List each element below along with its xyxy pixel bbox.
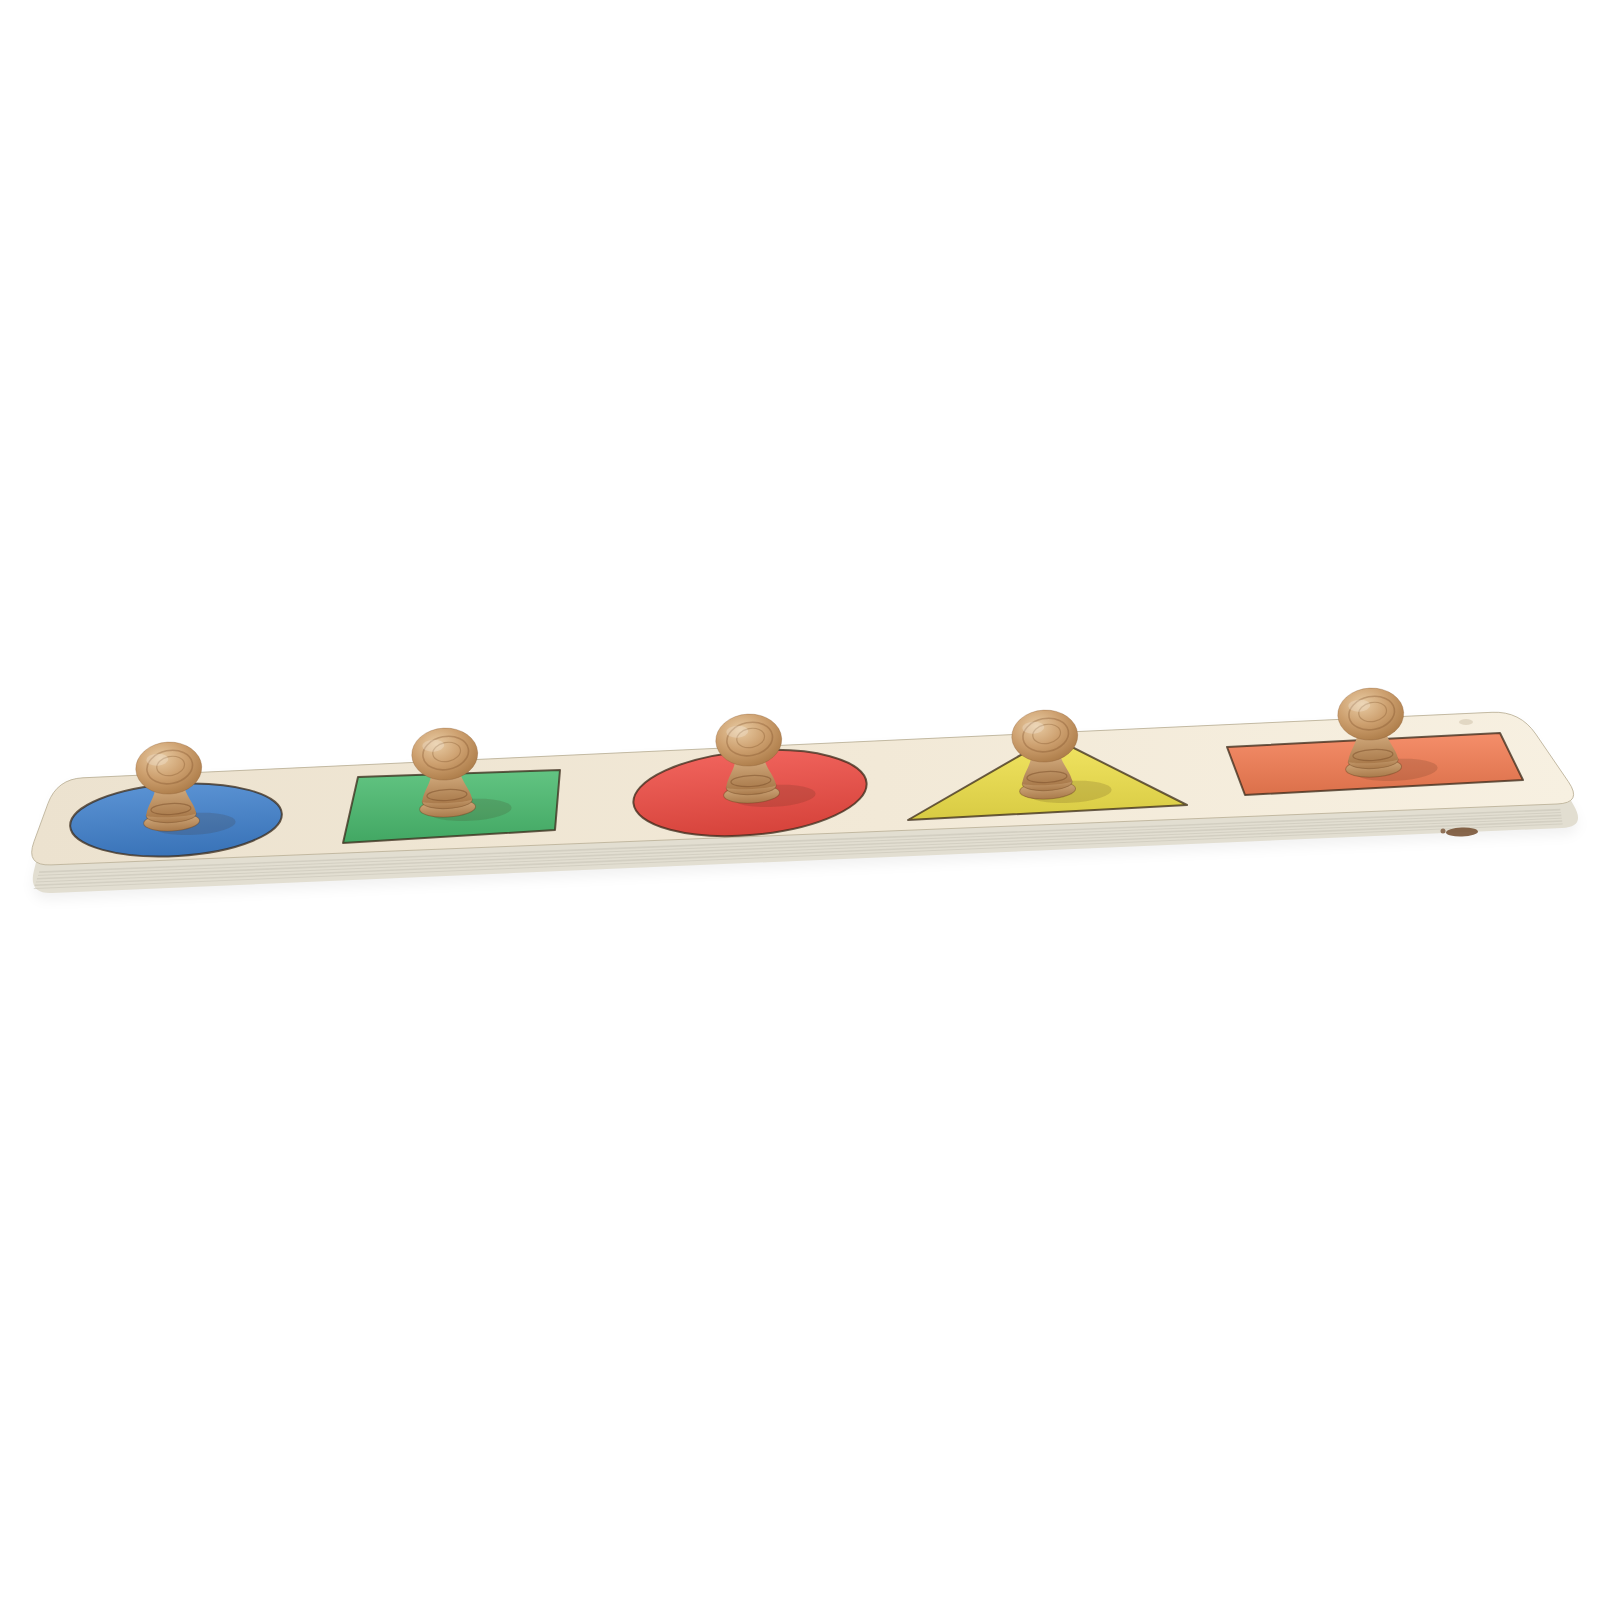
puzzle-board	[32, 685, 1578, 900]
product-photo	[0, 0, 1600, 1600]
wood-knot-dot	[1441, 829, 1446, 834]
surface-mark	[1459, 719, 1473, 725]
piece-green-square[interactable]	[343, 725, 560, 843]
puzzle-scene-canvas	[0, 0, 1600, 1600]
